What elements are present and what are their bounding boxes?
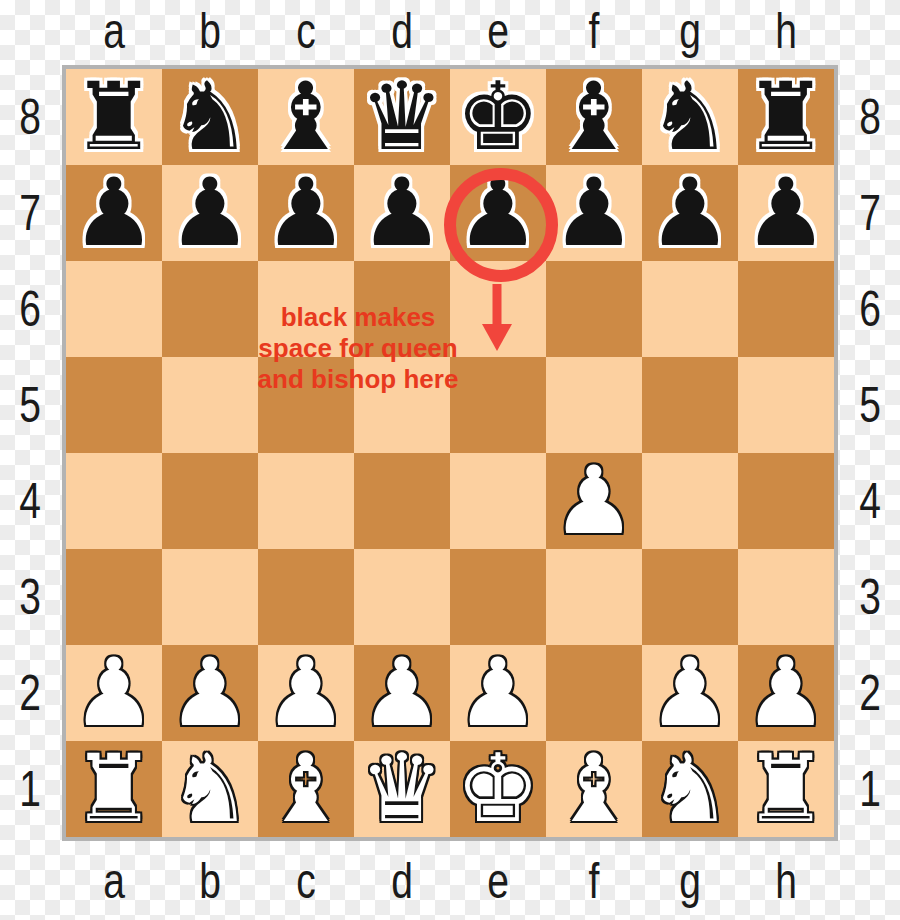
- white-pawn[interactable]: ♟: [264, 645, 348, 741]
- square-c4[interactable]: [258, 453, 354, 549]
- file-label-b: b: [173, 6, 248, 56]
- black-knight[interactable]: ♞: [168, 69, 252, 165]
- square-e2[interactable]: ♟: [450, 645, 546, 741]
- white-pawn[interactable]: ♟: [360, 645, 444, 741]
- square-b3[interactable]: [162, 549, 258, 645]
- square-g5[interactable]: [642, 357, 738, 453]
- file-label-g: g: [653, 856, 728, 906]
- square-e8[interactable]: ♚: [450, 69, 546, 165]
- square-f8[interactable]: ♝: [546, 69, 642, 165]
- annotation-line-1: black makes: [228, 302, 488, 333]
- white-king[interactable]: ♚: [456, 741, 540, 837]
- file-label-e: e: [461, 6, 536, 56]
- square-h8[interactable]: ♜: [738, 69, 834, 165]
- file-label-a: a: [77, 856, 152, 906]
- black-knight[interactable]: ♞: [648, 69, 732, 165]
- square-h7[interactable]: ♟: [738, 165, 834, 261]
- square-d4[interactable]: [354, 453, 450, 549]
- square-g8[interactable]: ♞: [642, 69, 738, 165]
- square-f7[interactable]: ♟: [546, 165, 642, 261]
- rank-label-5: 5: [7, 380, 54, 430]
- file-label-c: c: [269, 6, 344, 56]
- black-bishop[interactable]: ♝: [264, 69, 348, 165]
- black-king[interactable]: ♚: [456, 69, 540, 165]
- file-label-h: h: [749, 6, 824, 56]
- white-pawn[interactable]: ♟: [744, 645, 828, 741]
- square-d1[interactable]: ♛: [354, 741, 450, 837]
- rank-label-5: 5: [847, 380, 894, 430]
- rank-label-2: 2: [847, 668, 894, 718]
- square-e7[interactable]: ♟: [450, 165, 546, 261]
- rank-label-2: 2: [7, 668, 54, 718]
- white-pawn[interactable]: ♟: [552, 453, 636, 549]
- square-a4[interactable]: [66, 453, 162, 549]
- square-e1[interactable]: ♚: [450, 741, 546, 837]
- rank-label-8: 8: [847, 92, 894, 142]
- file-label-d: d: [365, 6, 440, 56]
- square-c7[interactable]: ♟: [258, 165, 354, 261]
- black-rook[interactable]: ♜: [744, 69, 828, 165]
- rank-label-7: 7: [847, 188, 894, 238]
- square-a6[interactable]: [66, 261, 162, 357]
- square-a1[interactable]: ♜: [66, 741, 162, 837]
- square-g4[interactable]: [642, 453, 738, 549]
- file-label-e: e: [461, 856, 536, 906]
- file-label-g: g: [653, 6, 728, 56]
- square-g6[interactable]: [642, 261, 738, 357]
- file-label-f: f: [557, 856, 632, 906]
- square-d7[interactable]: ♟: [354, 165, 450, 261]
- square-g1[interactable]: ♞: [642, 741, 738, 837]
- rank-label-6: 6: [7, 284, 54, 334]
- square-a2[interactable]: ♟: [66, 645, 162, 741]
- rank-label-4: 4: [847, 476, 894, 526]
- annotation-line-2: space for queen: [228, 333, 488, 364]
- square-b2[interactable]: ♟: [162, 645, 258, 741]
- board-frame: ♜♞♝♛♚♝♞♜♟♟♟♟♟♟♟♟♟♟♟♟♟♟♟♟♜♞♝♛♚♝♞♜: [62, 65, 838, 841]
- square-f1[interactable]: ♝: [546, 741, 642, 837]
- square-c8[interactable]: ♝: [258, 69, 354, 165]
- rank-labels-left: 87654321: [0, 69, 60, 837]
- file-label-d: d: [365, 856, 440, 906]
- rank-label-1: 1: [7, 764, 54, 814]
- square-a7[interactable]: ♟: [66, 165, 162, 261]
- square-f2[interactable]: [546, 645, 642, 741]
- rank-label-8: 8: [7, 92, 54, 142]
- square-a5[interactable]: [66, 357, 162, 453]
- square-d2[interactable]: ♟: [354, 645, 450, 741]
- rank-label-4: 4: [7, 476, 54, 526]
- square-d8[interactable]: ♛: [354, 69, 450, 165]
- file-label-a: a: [77, 6, 152, 56]
- white-pawn[interactable]: ♟: [648, 645, 732, 741]
- square-g2[interactable]: ♟: [642, 645, 738, 741]
- white-pawn[interactable]: ♟: [72, 645, 156, 741]
- white-pawn[interactable]: ♟: [168, 645, 252, 741]
- square-g3[interactable]: [642, 549, 738, 645]
- square-c1[interactable]: ♝: [258, 741, 354, 837]
- square-f4[interactable]: ♟: [546, 453, 642, 549]
- square-h4[interactable]: [738, 453, 834, 549]
- black-pawn[interactable]: ♟: [552, 165, 636, 261]
- board: ♜♞♝♛♚♝♞♜♟♟♟♟♟♟♟♟♟♟♟♟♟♟♟♟♜♞♝♛♚♝♞♜: [66, 69, 834, 837]
- black-rook[interactable]: ♜: [72, 69, 156, 165]
- square-e4[interactable]: [450, 453, 546, 549]
- square-b1[interactable]: ♞: [162, 741, 258, 837]
- square-d3[interactable]: [354, 549, 450, 645]
- black-bishop[interactable]: ♝: [552, 69, 636, 165]
- rank-label-6: 6: [847, 284, 894, 334]
- file-labels-bottom: abcdefgh: [66, 844, 834, 918]
- black-pawn[interactable]: ♟: [72, 165, 156, 261]
- square-b7[interactable]: ♟: [162, 165, 258, 261]
- white-bishop[interactable]: ♝: [552, 741, 636, 837]
- file-label-c: c: [269, 856, 344, 906]
- square-f3[interactable]: [546, 549, 642, 645]
- black-queen[interactable]: ♛: [360, 69, 444, 165]
- black-pawn[interactable]: ♟: [360, 165, 444, 261]
- square-h1[interactable]: ♜: [738, 741, 834, 837]
- black-pawn[interactable]: ♟: [456, 165, 540, 261]
- square-h5[interactable]: [738, 357, 834, 453]
- square-c3[interactable]: [258, 549, 354, 645]
- file-label-b: b: [173, 856, 248, 906]
- square-e3[interactable]: [450, 549, 546, 645]
- white-bishop[interactable]: ♝: [264, 741, 348, 837]
- file-label-h: h: [749, 856, 824, 906]
- annotation-text: black makes space for queen and bishop h…: [228, 302, 488, 395]
- white-knight[interactable]: ♞: [168, 741, 252, 837]
- square-a3[interactable]: [66, 549, 162, 645]
- square-h3[interactable]: [738, 549, 834, 645]
- rank-label-1: 1: [847, 764, 894, 814]
- square-h2[interactable]: ♟: [738, 645, 834, 741]
- file-label-f: f: [557, 6, 632, 56]
- white-rook[interactable]: ♜: [72, 741, 156, 837]
- black-pawn[interactable]: ♟: [648, 165, 732, 261]
- rank-label-3: 3: [847, 572, 894, 622]
- annotation-line-3: and bishop here: [228, 364, 488, 395]
- square-g7[interactable]: ♟: [642, 165, 738, 261]
- black-pawn[interactable]: ♟: [744, 165, 828, 261]
- white-queen[interactable]: ♛: [360, 741, 444, 837]
- white-knight[interactable]: ♞: [648, 741, 732, 837]
- square-b8[interactable]: ♞: [162, 69, 258, 165]
- rank-label-7: 7: [7, 188, 54, 238]
- rank-labels-right: 87654321: [840, 69, 900, 837]
- square-a8[interactable]: ♜: [66, 69, 162, 165]
- black-pawn[interactable]: ♟: [168, 165, 252, 261]
- rank-label-3: 3: [7, 572, 54, 622]
- square-f6[interactable]: [546, 261, 642, 357]
- file-labels-top: abcdefgh: [66, 0, 834, 62]
- square-h6[interactable]: [738, 261, 834, 357]
- white-pawn[interactable]: ♟: [456, 645, 540, 741]
- white-rook[interactable]: ♜: [744, 741, 828, 837]
- square-c2[interactable]: ♟: [258, 645, 354, 741]
- chess-diagram: abcdefgh 87654321 ♜♞♝♛♚♝♞♜♟♟♟♟♟♟♟♟♟♟♟♟♟♟…: [0, 0, 900, 920]
- square-f5[interactable]: [546, 357, 642, 453]
- square-b4[interactable]: [162, 453, 258, 549]
- black-pawn[interactable]: ♟: [264, 165, 348, 261]
